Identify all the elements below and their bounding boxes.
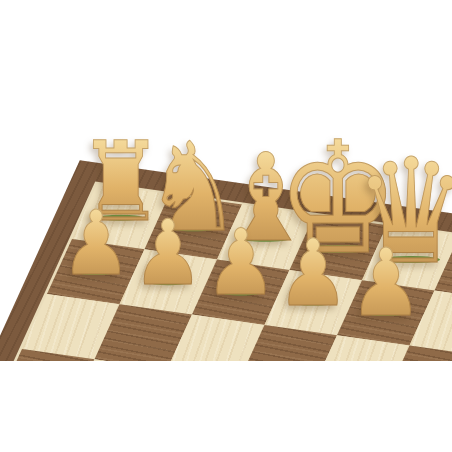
pawn-glyph: ♟ xyxy=(205,218,277,309)
pawn-glyph: ♟ xyxy=(277,227,350,319)
product-photo: ♜♞♝♚♛♟♟♟♟♟ xyxy=(0,0,452,452)
chess-piece-pawn[interactable]: ♟ xyxy=(56,199,136,288)
board-crop: ♜♞♝♚♛♟♟♟♟♟ xyxy=(0,0,452,361)
chess-piece-pawn[interactable]: ♟ xyxy=(344,237,427,330)
chess-piece-pawn[interactable]: ♟ xyxy=(272,227,354,319)
chess-piece-pawn[interactable]: ♟ xyxy=(128,208,209,298)
pawn-glyph: ♟ xyxy=(133,208,204,298)
pawn-glyph: ♟ xyxy=(349,237,422,330)
chess-piece-pawn[interactable]: ♟ xyxy=(200,218,282,309)
pawn-glyph: ♟ xyxy=(61,199,131,288)
